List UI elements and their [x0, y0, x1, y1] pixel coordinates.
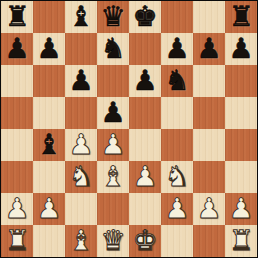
- square-a7[interactable]: ♟: [1, 33, 33, 65]
- square-g6[interactable]: [193, 65, 225, 97]
- square-b3[interactable]: [33, 161, 65, 193]
- square-b7[interactable]: ♟: [33, 33, 65, 65]
- square-e3[interactable]: ♟: [129, 161, 161, 193]
- square-g8[interactable]: [193, 1, 225, 33]
- square-c5[interactable]: [65, 97, 97, 129]
- square-g5[interactable]: [193, 97, 225, 129]
- square-d7[interactable]: ♞: [97, 33, 129, 65]
- square-h4[interactable]: [225, 129, 257, 161]
- piece-white-pawn: ♟: [68, 129, 93, 161]
- square-a4[interactable]: [1, 129, 33, 161]
- square-f6[interactable]: ♞: [161, 65, 193, 97]
- square-c3[interactable]: ♞: [65, 161, 97, 193]
- square-h6[interactable]: [225, 65, 257, 97]
- square-h7[interactable]: ♟: [225, 33, 257, 65]
- square-e7[interactable]: [129, 33, 161, 65]
- chess-board: ♜♝♛♚♜♟♟♞♟♟♟♟♟♞♟♝♟♟♞♝♟♞♟♟♟♟♟♜♝♛♚♜: [0, 0, 258, 258]
- square-e4[interactable]: [129, 129, 161, 161]
- square-b4[interactable]: ♝: [33, 129, 65, 161]
- piece-white-knight: ♞: [164, 161, 189, 193]
- square-f2[interactable]: ♟: [161, 193, 193, 225]
- square-c7[interactable]: [65, 33, 97, 65]
- square-a2[interactable]: ♟: [1, 193, 33, 225]
- piece-black-pawn: ♟: [132, 65, 157, 97]
- square-e8[interactable]: ♚: [129, 1, 161, 33]
- piece-white-pawn: ♟: [4, 193, 29, 225]
- square-h1[interactable]: ♜: [225, 225, 257, 257]
- piece-black-pawn: ♟: [164, 33, 189, 65]
- piece-black-queen: ♛: [100, 1, 125, 33]
- piece-black-bishop: ♝: [68, 1, 93, 33]
- piece-black-rook: ♜: [4, 1, 29, 33]
- square-d8[interactable]: ♛: [97, 1, 129, 33]
- square-c4[interactable]: ♟: [65, 129, 97, 161]
- piece-black-pawn: ♟: [228, 33, 253, 65]
- square-d6[interactable]: [97, 65, 129, 97]
- square-a3[interactable]: [1, 161, 33, 193]
- piece-white-pawn: ♟: [164, 193, 189, 225]
- piece-black-knight: ♞: [100, 33, 125, 65]
- piece-white-bishop: ♝: [68, 225, 93, 257]
- square-a8[interactable]: ♜: [1, 1, 33, 33]
- piece-white-pawn: ♟: [132, 161, 157, 193]
- piece-black-pawn: ♟: [100, 97, 125, 129]
- square-h5[interactable]: [225, 97, 257, 129]
- square-b8[interactable]: [33, 1, 65, 33]
- square-g3[interactable]: [193, 161, 225, 193]
- piece-white-queen: ♛: [100, 225, 125, 257]
- square-d2[interactable]: [97, 193, 129, 225]
- square-f1[interactable]: [161, 225, 193, 257]
- piece-black-pawn: ♟: [196, 33, 221, 65]
- square-d4[interactable]: ♟: [97, 129, 129, 161]
- square-e1[interactable]: ♚: [129, 225, 161, 257]
- square-e2[interactable]: [129, 193, 161, 225]
- piece-black-rook: ♜: [228, 1, 253, 33]
- square-c2[interactable]: [65, 193, 97, 225]
- piece-white-knight: ♞: [68, 161, 93, 193]
- piece-black-pawn: ♟: [68, 65, 93, 97]
- square-f3[interactable]: ♞: [161, 161, 193, 193]
- square-d5[interactable]: ♟: [97, 97, 129, 129]
- piece-white-pawn: ♟: [196, 193, 221, 225]
- piece-white-king: ♚: [132, 225, 157, 257]
- square-g4[interactable]: [193, 129, 225, 161]
- piece-white-rook: ♜: [228, 225, 253, 257]
- square-a1[interactable]: ♜: [1, 225, 33, 257]
- piece-white-bishop: ♝: [100, 161, 125, 193]
- square-g1[interactable]: [193, 225, 225, 257]
- piece-black-knight: ♞: [164, 65, 189, 97]
- square-c8[interactable]: ♝: [65, 1, 97, 33]
- piece-black-pawn: ♟: [4, 33, 29, 65]
- square-f7[interactable]: ♟: [161, 33, 193, 65]
- square-h2[interactable]: ♟: [225, 193, 257, 225]
- square-b1[interactable]: [33, 225, 65, 257]
- square-b6[interactable]: [33, 65, 65, 97]
- piece-black-pawn: ♟: [36, 33, 61, 65]
- square-f4[interactable]: [161, 129, 193, 161]
- square-h3[interactable]: [225, 161, 257, 193]
- square-e5[interactable]: [129, 97, 161, 129]
- square-b5[interactable]: [33, 97, 65, 129]
- square-a5[interactable]: [1, 97, 33, 129]
- piece-white-pawn: ♟: [228, 193, 253, 225]
- square-c1[interactable]: ♝: [65, 225, 97, 257]
- square-d1[interactable]: ♛: [97, 225, 129, 257]
- piece-white-pawn: ♟: [100, 129, 125, 161]
- square-a6[interactable]: [1, 65, 33, 97]
- square-g7[interactable]: ♟: [193, 33, 225, 65]
- square-c6[interactable]: ♟: [65, 65, 97, 97]
- square-b2[interactable]: ♟: [33, 193, 65, 225]
- piece-white-pawn: ♟: [36, 193, 61, 225]
- square-f8[interactable]: [161, 1, 193, 33]
- piece-black-bishop: ♝: [36, 129, 61, 161]
- square-f5[interactable]: [161, 97, 193, 129]
- square-e6[interactable]: ♟: [129, 65, 161, 97]
- square-d3[interactable]: ♝: [97, 161, 129, 193]
- piece-white-rook: ♜: [4, 225, 29, 257]
- square-h8[interactable]: ♜: [225, 1, 257, 33]
- square-g2[interactable]: ♟: [193, 193, 225, 225]
- piece-black-king: ♚: [132, 1, 157, 33]
